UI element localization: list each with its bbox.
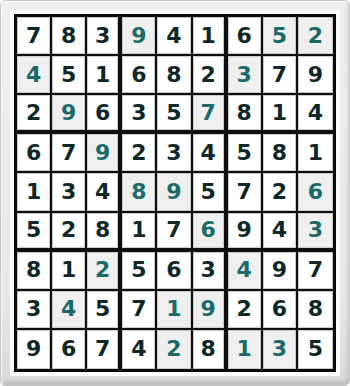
cell-r1c8[interactable]: 5 <box>263 17 298 56</box>
cell-r1c7[interactable]: 6 <box>228 17 263 56</box>
cell-r1c2[interactable]: 8 <box>52 17 87 56</box>
cell-r9c6[interactable]: 8 <box>193 330 228 369</box>
cell-r6c3[interactable]: 8 <box>87 213 122 252</box>
cell-r7c4[interactable]: 5 <box>122 252 157 291</box>
cell-r9c9[interactable]: 5 <box>298 330 333 369</box>
cell-r4c9[interactable]: 1 <box>298 134 333 173</box>
cell-r2c2[interactable]: 5 <box>52 56 87 95</box>
cell-r8c5[interactable]: 1 <box>157 291 192 330</box>
cell-r1c6[interactable]: 1 <box>193 17 228 56</box>
cell-r4c4[interactable]: 2 <box>122 134 157 173</box>
cell-r9c1[interactable]: 9 <box>17 330 52 369</box>
cell-r8c1[interactable]: 3 <box>17 291 52 330</box>
cell-r1c1[interactable]: 7 <box>17 17 52 56</box>
cell-r6c5[interactable]: 7 <box>157 213 192 252</box>
cell-r9c8[interactable]: 3 <box>263 330 298 369</box>
cell-r7c5[interactable]: 6 <box>157 252 192 291</box>
cell-r4c2[interactable]: 7 <box>52 134 87 173</box>
cell-r5c2[interactable]: 3 <box>52 173 87 212</box>
cell-r7c6[interactable]: 3 <box>193 252 228 291</box>
cell-r2c3[interactable]: 1 <box>87 56 122 95</box>
cell-r5c6[interactable]: 5 <box>193 173 228 212</box>
cell-r7c7[interactable]: 4 <box>228 252 263 291</box>
cell-r4c7[interactable]: 5 <box>228 134 263 173</box>
cell-r3c9[interactable]: 4 <box>298 95 333 134</box>
cell-r8c2[interactable]: 4 <box>52 291 87 330</box>
cell-r8c9[interactable]: 8 <box>298 291 333 330</box>
cell-r5c4[interactable]: 8 <box>122 173 157 212</box>
cell-r3c4[interactable]: 3 <box>122 95 157 134</box>
sudoku-board: 7839416524516823792963578146792345811348… <box>14 14 336 372</box>
cell-r4c8[interactable]: 8 <box>263 134 298 173</box>
cell-r2c8[interactable]: 7 <box>263 56 298 95</box>
cell-r3c7[interactable]: 8 <box>228 95 263 134</box>
cell-r3c3[interactable]: 6 <box>87 95 122 134</box>
cell-r8c6[interactable]: 9 <box>193 291 228 330</box>
cell-r2c5[interactable]: 8 <box>157 56 192 95</box>
cell-r6c2[interactable]: 2 <box>52 213 87 252</box>
cell-r1c4[interactable]: 9 <box>122 17 157 56</box>
cell-r3c2[interactable]: 9 <box>52 95 87 134</box>
cell-r6c6[interactable]: 6 <box>193 213 228 252</box>
cell-r2c6[interactable]: 2 <box>193 56 228 95</box>
cell-r7c1[interactable]: 8 <box>17 252 52 291</box>
cell-r4c5[interactable]: 3 <box>157 134 192 173</box>
cell-r9c5[interactable]: 2 <box>157 330 192 369</box>
cell-r6c9[interactable]: 3 <box>298 213 333 252</box>
cell-r5c7[interactable]: 7 <box>228 173 263 212</box>
cell-r4c6[interactable]: 4 <box>193 134 228 173</box>
cell-r8c3[interactable]: 5 <box>87 291 122 330</box>
cell-r6c8[interactable]: 4 <box>263 213 298 252</box>
cell-r8c4[interactable]: 7 <box>122 291 157 330</box>
cell-r9c7[interactable]: 1 <box>228 330 263 369</box>
cell-r6c7[interactable]: 9 <box>228 213 263 252</box>
cell-r3c5[interactable]: 5 <box>157 95 192 134</box>
cell-r7c2[interactable]: 1 <box>52 252 87 291</box>
cell-r1c9[interactable]: 2 <box>298 17 333 56</box>
cell-r3c6[interactable]: 7 <box>193 95 228 134</box>
sudoku-widget-frame: 7839416524516823792963578146792345811348… <box>0 0 350 386</box>
cell-r5c5[interactable]: 9 <box>157 173 192 212</box>
cell-r9c3[interactable]: 7 <box>87 330 122 369</box>
cell-r1c5[interactable]: 4 <box>157 17 192 56</box>
cell-r5c3[interactable]: 4 <box>87 173 122 212</box>
cell-r2c1[interactable]: 4 <box>17 56 52 95</box>
cell-r1c3[interactable]: 3 <box>87 17 122 56</box>
cell-r3c8[interactable]: 1 <box>263 95 298 134</box>
cell-r2c4[interactable]: 6 <box>122 56 157 95</box>
cell-r2c7[interactable]: 3 <box>228 56 263 95</box>
cell-r5c8[interactable]: 2 <box>263 173 298 212</box>
cell-r7c9[interactable]: 7 <box>298 252 333 291</box>
cell-r9c4[interactable]: 4 <box>122 330 157 369</box>
board-mat: 7839416524516823792963578146792345811348… <box>10 10 340 376</box>
cell-r8c8[interactable]: 6 <box>263 291 298 330</box>
cell-r7c8[interactable]: 9 <box>263 252 298 291</box>
cell-r5c1[interactable]: 1 <box>17 173 52 212</box>
cell-r7c3[interactable]: 2 <box>87 252 122 291</box>
cell-r9c2[interactable]: 6 <box>52 330 87 369</box>
cell-r2c9[interactable]: 9 <box>298 56 333 95</box>
cell-r4c3[interactable]: 9 <box>87 134 122 173</box>
cell-r5c9[interactable]: 6 <box>298 173 333 212</box>
cell-r3c1[interactable]: 2 <box>17 95 52 134</box>
cell-r6c1[interactable]: 5 <box>17 213 52 252</box>
cell-r8c7[interactable]: 2 <box>228 291 263 330</box>
cell-r6c4[interactable]: 1 <box>122 213 157 252</box>
cell-r4c1[interactable]: 6 <box>17 134 52 173</box>
